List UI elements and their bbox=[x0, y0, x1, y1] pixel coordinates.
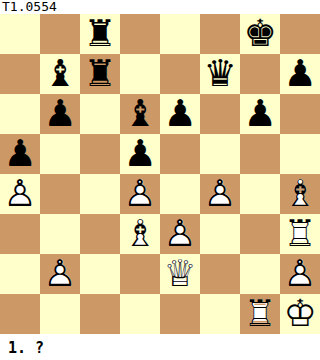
piece-outline-layer: ♙ bbox=[160, 214, 200, 254]
piece-black-pawn[interactable]: ♟ bbox=[40, 94, 80, 134]
piece-white-pawn[interactable]: ♟♙ bbox=[120, 174, 160, 214]
piece-outline-layer: ♙ bbox=[40, 254, 80, 294]
piece-white-king[interactable]: ♚♔ bbox=[280, 294, 320, 334]
square-g4[interactable] bbox=[240, 174, 280, 214]
square-e6[interactable]: ♟ bbox=[160, 94, 200, 134]
square-a2[interactable] bbox=[0, 254, 40, 294]
square-f1[interactable] bbox=[200, 294, 240, 334]
piece-outline-layer: ♖ bbox=[240, 294, 280, 334]
square-c2[interactable] bbox=[80, 254, 120, 294]
piece-white-pawn[interactable]: ♟♙ bbox=[280, 254, 320, 294]
square-f5[interactable] bbox=[200, 134, 240, 174]
square-b6[interactable]: ♟ bbox=[40, 94, 80, 134]
square-e8[interactable] bbox=[160, 14, 200, 54]
piece-outline-layer: ♗ bbox=[280, 174, 320, 214]
square-c6[interactable] bbox=[80, 94, 120, 134]
piece-white-queen[interactable]: ♛♕ bbox=[160, 254, 200, 294]
square-g5[interactable] bbox=[240, 134, 280, 174]
piece-outline-layer: ♙ bbox=[0, 174, 40, 214]
square-f4[interactable]: ♟♙ bbox=[200, 174, 240, 214]
piece-black-rook[interactable]: ♜ bbox=[80, 14, 120, 54]
square-e5[interactable] bbox=[160, 134, 200, 174]
piece-black-bishop[interactable]: ♝ bbox=[40, 54, 80, 94]
square-c4[interactable] bbox=[80, 174, 120, 214]
piece-black-pawn[interactable]: ♟ bbox=[240, 94, 280, 134]
square-d7[interactable] bbox=[120, 54, 160, 94]
square-c8[interactable]: ♜ bbox=[80, 14, 120, 54]
square-f6[interactable] bbox=[200, 94, 240, 134]
square-e7[interactable] bbox=[160, 54, 200, 94]
square-b8[interactable] bbox=[40, 14, 80, 54]
square-a3[interactable] bbox=[0, 214, 40, 254]
square-b1[interactable] bbox=[40, 294, 80, 334]
square-b3[interactable] bbox=[40, 214, 80, 254]
square-c1[interactable] bbox=[80, 294, 120, 334]
square-a6[interactable] bbox=[0, 94, 40, 134]
piece-white-bishop[interactable]: ♝♗ bbox=[120, 214, 160, 254]
square-a1[interactable] bbox=[0, 294, 40, 334]
square-g3[interactable] bbox=[240, 214, 280, 254]
piece-black-pawn[interactable]: ♟ bbox=[280, 54, 320, 94]
piece-black-queen[interactable]: ♛ bbox=[200, 54, 240, 94]
square-h7[interactable]: ♟ bbox=[280, 54, 320, 94]
piece-white-pawn[interactable]: ♟♙ bbox=[160, 214, 200, 254]
square-a8[interactable] bbox=[0, 14, 40, 54]
square-e2[interactable]: ♛♕ bbox=[160, 254, 200, 294]
square-c7[interactable]: ♜ bbox=[80, 54, 120, 94]
square-d8[interactable] bbox=[120, 14, 160, 54]
square-g7[interactable] bbox=[240, 54, 280, 94]
square-b2[interactable]: ♟♙ bbox=[40, 254, 80, 294]
piece-white-rook[interactable]: ♜♖ bbox=[280, 214, 320, 254]
square-b5[interactable] bbox=[40, 134, 80, 174]
square-c5[interactable] bbox=[80, 134, 120, 174]
square-e3[interactable]: ♟♙ bbox=[160, 214, 200, 254]
piece-white-rook[interactable]: ♜♖ bbox=[240, 294, 280, 334]
square-a5[interactable]: ♟ bbox=[0, 134, 40, 174]
square-h3[interactable]: ♜♖ bbox=[280, 214, 320, 254]
piece-outline-layer: ♖ bbox=[280, 214, 320, 254]
piece-outline-layer: ♕ bbox=[160, 254, 200, 294]
square-a7[interactable] bbox=[0, 54, 40, 94]
square-c3[interactable] bbox=[80, 214, 120, 254]
square-b7[interactable]: ♝ bbox=[40, 54, 80, 94]
square-e1[interactable] bbox=[160, 294, 200, 334]
piece-black-bishop[interactable]: ♝ bbox=[120, 94, 160, 134]
square-h8[interactable] bbox=[280, 14, 320, 54]
square-g1[interactable]: ♜♖ bbox=[240, 294, 280, 334]
square-d6[interactable]: ♝ bbox=[120, 94, 160, 134]
piece-white-pawn[interactable]: ♟♙ bbox=[200, 174, 240, 214]
square-g6[interactable]: ♟ bbox=[240, 94, 280, 134]
square-e4[interactable] bbox=[160, 174, 200, 214]
piece-outline-layer: ♙ bbox=[120, 174, 160, 214]
piece-outline-layer: ♔ bbox=[280, 294, 320, 334]
piece-black-king[interactable]: ♚ bbox=[240, 14, 280, 54]
square-g8[interactable]: ♚ bbox=[240, 14, 280, 54]
square-g2[interactable] bbox=[240, 254, 280, 294]
square-d3[interactable]: ♝♗ bbox=[120, 214, 160, 254]
square-h5[interactable] bbox=[280, 134, 320, 174]
move-prompt: 1. ? bbox=[0, 334, 320, 357]
piece-white-pawn[interactable]: ♟♙ bbox=[40, 254, 80, 294]
piece-outline-layer: ♙ bbox=[280, 254, 320, 294]
square-h2[interactable]: ♟♙ bbox=[280, 254, 320, 294]
square-d5[interactable]: ♟ bbox=[120, 134, 160, 174]
piece-black-pawn[interactable]: ♟ bbox=[160, 94, 200, 134]
square-d2[interactable] bbox=[120, 254, 160, 294]
square-h4[interactable]: ♝♗ bbox=[280, 174, 320, 214]
square-h6[interactable] bbox=[280, 94, 320, 134]
square-h1[interactable]: ♚♔ bbox=[280, 294, 320, 334]
piece-outline-layer: ♗ bbox=[120, 214, 160, 254]
square-d4[interactable]: ♟♙ bbox=[120, 174, 160, 214]
square-d1[interactable] bbox=[120, 294, 160, 334]
chess-board: ♜♚♝♜♛♟♟♝♟♟♟♟♟♙♟♙♟♙♝♗♝♗♟♙♜♖♟♙♛♕♟♙♜♖♚♔ bbox=[0, 14, 320, 334]
square-a4[interactable]: ♟♙ bbox=[0, 174, 40, 214]
piece-black-pawn[interactable]: ♟ bbox=[120, 134, 160, 174]
square-b4[interactable] bbox=[40, 174, 80, 214]
piece-white-pawn[interactable]: ♟♙ bbox=[0, 174, 40, 214]
piece-outline-layer: ♙ bbox=[200, 174, 240, 214]
piece-black-pawn[interactable]: ♟ bbox=[0, 134, 40, 174]
square-f2[interactable] bbox=[200, 254, 240, 294]
piece-white-bishop[interactable]: ♝♗ bbox=[280, 174, 320, 214]
square-f7[interactable]: ♛ bbox=[200, 54, 240, 94]
square-f8[interactable] bbox=[200, 14, 240, 54]
piece-black-rook[interactable]: ♜ bbox=[80, 54, 120, 94]
square-f3[interactable] bbox=[200, 214, 240, 254]
